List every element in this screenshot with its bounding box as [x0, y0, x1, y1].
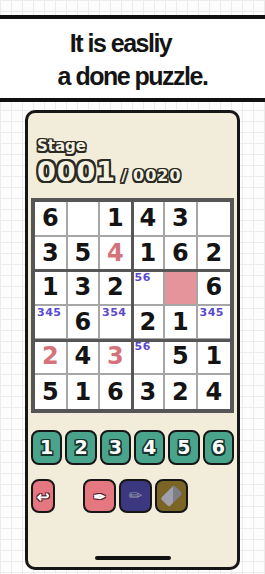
- cell-value: 3: [139, 380, 156, 404]
- cell-value: 1: [74, 380, 91, 404]
- numpad-digit: 6: [212, 438, 225, 457]
- stage-total: 0020: [133, 166, 182, 185]
- stage-numbers: 0001 / 0020: [37, 156, 237, 187]
- cell-r1c4[interactable]: 4: [133, 202, 166, 237]
- numpad-digit: 1: [40, 438, 53, 457]
- game-panel: Stage 0001 / 0020 6143354162132566345635…: [25, 110, 240, 570]
- title-banner: It is easliy a done puzzle.: [0, 15, 265, 102]
- cell-value: 1: [42, 275, 59, 299]
- tool-bar: ↩ ✒ ✏: [31, 479, 234, 513]
- cell-r2c6[interactable]: 2: [198, 237, 231, 272]
- stage-label: Stage: [37, 137, 237, 155]
- cell-r5c6[interactable]: 1: [198, 340, 231, 375]
- cell-r5c2[interactable]: 4: [68, 340, 101, 375]
- cell-r2c5[interactable]: 6: [165, 237, 198, 272]
- cell-value: 3: [172, 206, 189, 230]
- cell-value: 1: [107, 206, 124, 230]
- cell-r4c4[interactable]: 2: [133, 306, 166, 341]
- numpad-digit: 5: [177, 438, 190, 457]
- cell-r1c6[interactable]: [198, 202, 231, 237]
- marker-icon: ✏: [129, 488, 142, 504]
- pencil-marks: 345: [200, 307, 224, 318]
- sudoku-board: 6143354162132566345635421345243565151632…: [31, 198, 234, 413]
- cell-r6c4[interactable]: 3: [133, 375, 166, 410]
- cell-value: 6: [205, 275, 222, 299]
- pencil-marks: 56: [135, 341, 151, 352]
- cell-r1c2[interactable]: [68, 202, 101, 237]
- cell-r3c2[interactable]: 3: [68, 271, 101, 306]
- pen-nib-icon: ✒: [93, 489, 106, 504]
- cell-value: 2: [107, 275, 124, 299]
- numpad-button-5[interactable]: 5: [168, 430, 199, 465]
- number-pad: 123456: [31, 430, 234, 465]
- eraser-icon: [161, 485, 183, 507]
- cell-r2c4[interactable]: 1: [133, 237, 166, 272]
- numpad-digit: 4: [143, 438, 156, 457]
- pen-button[interactable]: ✒: [83, 479, 116, 513]
- cell-value: 6: [172, 241, 189, 265]
- pencil-mark-button[interactable]: ✏: [119, 479, 152, 513]
- cell-value: 2: [205, 241, 222, 265]
- cell-value: 4: [107, 241, 124, 265]
- home-indicator: [95, 556, 171, 561]
- cell-value: 2: [172, 380, 189, 404]
- numpad-button-6[interactable]: 6: [203, 430, 234, 465]
- numpad-digit: 3: [109, 438, 122, 457]
- cell-r2c1[interactable]: 3: [35, 237, 68, 272]
- cell-r5c1[interactable]: 2: [35, 340, 68, 375]
- cell-value: 6: [42, 206, 59, 230]
- cell-value: 3: [74, 275, 91, 299]
- cell-r3c1[interactable]: 1: [35, 271, 68, 306]
- cell-r5c3[interactable]: 3: [100, 340, 133, 375]
- cell-value: 6: [74, 310, 91, 334]
- pencil-marks: 354: [102, 307, 126, 318]
- eraser-button[interactable]: [155, 479, 188, 513]
- cell-value: 1: [139, 241, 156, 265]
- cell-r6c6[interactable]: 4: [198, 375, 231, 410]
- cell-value: 2: [42, 344, 59, 368]
- cell-value: 5: [172, 344, 189, 368]
- cell-value: 1: [205, 344, 222, 368]
- box-divider-horizontal-2: [35, 339, 230, 342]
- cell-r4c2[interactable]: 6: [68, 306, 101, 341]
- cell-r3c6[interactable]: 6: [198, 271, 231, 306]
- stage-current: 0001: [37, 156, 116, 187]
- cell-r5c5[interactable]: 5: [165, 340, 198, 375]
- banner-line-1: It is easliy: [0, 27, 253, 60]
- cell-r4c1[interactable]: 345: [35, 306, 68, 341]
- cell-value: 1: [172, 310, 189, 334]
- box-divider-horizontal-1: [35, 269, 230, 272]
- cell-r6c5[interactable]: 2: [165, 375, 198, 410]
- cell-r4c5[interactable]: 1: [165, 306, 198, 341]
- cell-value: 4: [205, 380, 222, 404]
- cell-value: 4: [139, 206, 156, 230]
- cell-r3c4[interactable]: 56: [133, 271, 166, 306]
- cell-r5c4[interactable]: 56: [133, 340, 166, 375]
- cell-r6c1[interactable]: 5: [35, 375, 68, 410]
- cell-r1c1[interactable]: 6: [35, 202, 68, 237]
- numpad-digit: 2: [74, 438, 87, 457]
- pencil-marks: 345: [37, 307, 61, 318]
- cell-r6c3[interactable]: 6: [100, 375, 133, 410]
- stage-block: Stage 0001 / 0020: [37, 137, 237, 187]
- numpad-button-2[interactable]: 2: [65, 430, 96, 465]
- cell-value: 2: [139, 310, 156, 334]
- cell-value: 5: [42, 380, 59, 404]
- cell-value: 3: [107, 344, 124, 368]
- numpad-button-1[interactable]: 1: [31, 430, 62, 465]
- cell-r1c5[interactable]: 3: [165, 202, 198, 237]
- box-divider-vertical: [131, 202, 134, 409]
- cell-r1c3[interactable]: 1: [100, 202, 133, 237]
- numpad-button-3[interactable]: 3: [100, 430, 131, 465]
- pencil-marks: 56: [135, 272, 151, 283]
- cell-r3c5[interactable]: [165, 271, 198, 306]
- undo-icon: ↩: [37, 489, 50, 504]
- cell-r2c3[interactable]: 4: [100, 237, 133, 272]
- cell-r3c3[interactable]: 2: [100, 271, 133, 306]
- stage-separator: /: [121, 166, 128, 185]
- cell-value: 4: [74, 344, 91, 368]
- numpad-button-4[interactable]: 4: [134, 430, 165, 465]
- undo-button[interactable]: ↩: [31, 479, 55, 513]
- cell-value: 6: [107, 380, 124, 404]
- cell-r4c3[interactable]: 354: [100, 306, 133, 341]
- cell-r6c2[interactable]: 1: [68, 375, 101, 410]
- cell-value: 3: [42, 241, 59, 265]
- banner-line-2: a done puzzle.: [0, 60, 265, 93]
- cell-r4c6[interactable]: 345: [198, 306, 231, 341]
- cell-value: 5: [74, 241, 91, 265]
- cell-r2c2[interactable]: 5: [68, 237, 101, 272]
- screen: It is easliy a done puzzle. Stage 0001 /…: [0, 0, 265, 574]
